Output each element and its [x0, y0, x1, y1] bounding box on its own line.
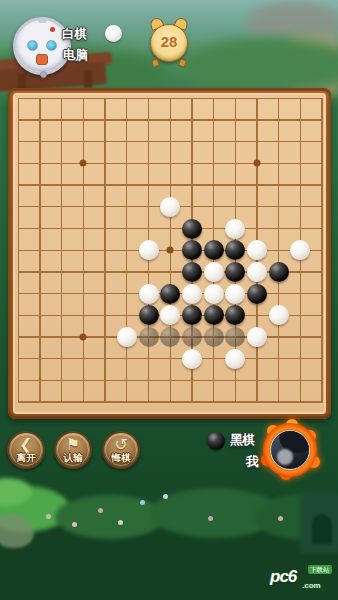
watermark-badge: 下载站: [308, 565, 332, 574]
stone-white: [247, 327, 267, 347]
hill-decoration: [180, 38, 338, 94]
grid-line: [321, 98, 322, 403]
stone-black: [182, 262, 202, 282]
stone-black: [182, 305, 202, 325]
game-screen: 白棋 电脑 28 ❮ 离开 ⚑ 认输 ↺ 悔棋 黑棋 我 pc6 下载站 .co…: [0, 0, 338, 600]
wooden-bench-decoration: [84, 70, 92, 88]
watermark-brand: pc6: [270, 567, 296, 587]
flower-decoration: [46, 514, 51, 519]
stone-black: [225, 240, 245, 260]
stone-ghost: [225, 327, 245, 347]
leave-button-label: 离开: [9, 452, 43, 465]
stone-white: [225, 349, 245, 369]
my-name-label: 我: [246, 453, 259, 471]
my-side-label: 黑棋: [230, 432, 255, 449]
robot-chin-icon: [40, 71, 47, 78]
pagoda-roof-decoration: [248, 2, 338, 36]
stone-ghost: [204, 327, 224, 347]
stone-white: [225, 284, 245, 304]
undo-button[interactable]: ↺ 悔棋: [102, 431, 140, 469]
resign-button[interactable]: ⚑ 认输: [54, 431, 92, 469]
stone-white: [160, 197, 180, 217]
robot-eye-icon: [46, 40, 57, 51]
rock-decoration: [0, 514, 34, 548]
star-point: [167, 247, 174, 254]
grid-line: [18, 358, 323, 359]
robot-dot-icon: [50, 27, 55, 32]
undo-button-label: 悔棋: [104, 452, 138, 465]
flower-decoration: [118, 520, 123, 525]
timer-clock: 28: [148, 18, 190, 66]
flower-decoration: [140, 500, 145, 505]
star-point: [80, 334, 87, 341]
stone-white: [182, 349, 202, 369]
star-point: [80, 160, 87, 167]
stone-white: [117, 327, 137, 347]
stone-white: [160, 305, 180, 325]
bush-decoration: [0, 478, 32, 506]
stone-white: [139, 240, 159, 260]
stone-white: [269, 305, 289, 325]
flower-decoration: [98, 508, 103, 513]
grid-line: [278, 98, 279, 403]
stone-white: [139, 284, 159, 304]
pagoda-body-decoration: [288, 36, 338, 96]
stone-black: [247, 284, 267, 304]
stone-black: [182, 240, 202, 260]
grid-line: [18, 401, 323, 402]
robot-cap-icon: [38, 17, 47, 23]
stone-white: [247, 240, 267, 260]
star-point: [254, 160, 261, 167]
stone-white: [182, 284, 202, 304]
bush-decoration: [150, 488, 280, 538]
active-turn-flame-ring: [263, 423, 317, 477]
stone-black: [269, 262, 289, 282]
bush-decoration: [255, 494, 338, 540]
robot-eye-icon: [27, 40, 38, 51]
stone-ghost: [160, 327, 180, 347]
my-avatar: [270, 430, 310, 470]
stone-white: [225, 219, 245, 239]
stone-ghost: [139, 327, 159, 347]
clock-leg: [178, 58, 187, 68]
gomoku-board[interactable]: [8, 88, 331, 419]
bush-decoration: [0, 486, 70, 532]
opponent-side-label: 白棋: [62, 26, 87, 43]
timer-value: 28: [148, 33, 190, 50]
stone-ghost: [182, 327, 202, 347]
black-stone-icon: [207, 432, 225, 450]
stone-black: [204, 240, 224, 260]
leave-button[interactable]: ❮ 离开: [7, 431, 45, 469]
flower-decoration: [278, 516, 283, 521]
stone-black: [204, 305, 224, 325]
flower-decoration: [208, 516, 213, 521]
robot-mouth-icon: [36, 54, 48, 65]
stone-black: [225, 305, 245, 325]
watermark: pc6 下载站 .com: [270, 565, 336, 595]
bush-decoration: [55, 495, 165, 539]
stone-black: [182, 219, 202, 239]
stone-black: [225, 262, 245, 282]
grid-line: [18, 380, 323, 381]
resign-button-label: 认输: [56, 452, 90, 465]
watermark-suffix: .com: [302, 581, 321, 590]
board-grid-layer: [8, 88, 331, 419]
stone-white: [204, 284, 224, 304]
stone-white: [290, 240, 310, 260]
white-stone-icon: [105, 25, 122, 42]
stone-white: [247, 262, 267, 282]
stone-white: [204, 262, 224, 282]
flower-decoration: [163, 494, 168, 499]
flower-decoration: [72, 522, 77, 527]
opponent-name-label: 电脑: [63, 47, 88, 64]
shrine-decoration: [300, 492, 338, 554]
stone-black: [160, 284, 180, 304]
shrine-decoration: [312, 514, 332, 544]
stone-black: [139, 305, 159, 325]
